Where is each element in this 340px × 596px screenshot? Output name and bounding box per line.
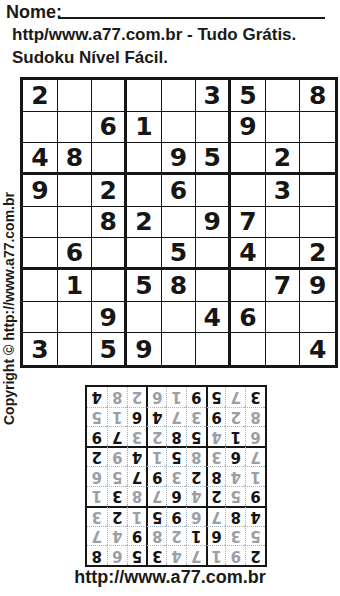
solution-cell: 8	[225, 506, 245, 526]
solution-cell: 1	[166, 387, 186, 407]
puzzle-cell-given: 4	[23, 143, 58, 175]
puzzle-cell-given: 9	[196, 207, 231, 239]
puzzle-cell-given: 9	[92, 302, 127, 334]
puzzle-cell-empty[interactable]	[127, 80, 162, 112]
puzzle-cell-given: 6	[231, 302, 266, 334]
puzzle-cell-empty[interactable]	[127, 302, 162, 334]
solution-cell: 5	[206, 387, 226, 407]
puzzle-cell-empty[interactable]	[58, 207, 93, 239]
name-write-in-line	[58, 0, 325, 19]
solution-cell: 8	[107, 387, 127, 407]
solution-cell: 4	[186, 486, 206, 506]
solution-cell: 4	[127, 446, 147, 466]
solution-cell: 8	[166, 426, 186, 446]
puzzle-cell-given: 2	[92, 175, 127, 207]
solution-cell: 7	[166, 407, 186, 427]
puzzle-cell-given: 3	[196, 80, 231, 112]
solution-cell: 7	[127, 466, 147, 486]
puzzle-cell-empty[interactable]	[231, 270, 266, 302]
solution-cell: 6	[225, 446, 245, 466]
solution-cell: 6	[87, 466, 107, 486]
solution-cell: 5	[127, 545, 147, 565]
solution-cell: 6	[127, 407, 147, 427]
puzzle-cell-given: 9	[127, 333, 162, 365]
solution-cell: 5	[146, 506, 166, 526]
puzzle-cell-empty[interactable]	[162, 112, 197, 144]
solution-cell: 2	[245, 545, 265, 565]
puzzle-cell-given: 2	[23, 80, 58, 112]
puzzle-cell-given: 8	[162, 270, 197, 302]
puzzle-cell-empty[interactable]	[23, 302, 58, 334]
puzzle-cell-given: 8	[92, 207, 127, 239]
puzzle-cell-empty[interactable]	[231, 333, 266, 365]
puzzle-cell-empty[interactable]	[58, 175, 93, 207]
puzzle-cell-empty[interactable]	[266, 80, 301, 112]
solution-cell: 9	[186, 387, 206, 407]
puzzle-cell-empty[interactable]	[92, 270, 127, 302]
puzzle-cell-given: 4	[300, 333, 335, 365]
solution-cell: 9	[245, 486, 265, 506]
solution-cell: 8	[245, 407, 265, 427]
solution-cell: 3	[107, 486, 127, 506]
puzzle-cell-empty[interactable]	[300, 302, 335, 334]
solution-cell: 1	[206, 545, 226, 565]
solution-cell: 4	[225, 466, 245, 486]
solution-cell: 1	[225, 426, 245, 446]
solution-cell: 2	[206, 486, 226, 506]
solution-cell: 6	[245, 426, 265, 446]
puzzle-cell-given: 1	[127, 112, 162, 144]
solution-cell: 7	[225, 387, 245, 407]
puzzle-cell-empty[interactable]	[23, 238, 58, 270]
solution-cell: 8	[127, 486, 147, 506]
solution-cell: 7	[206, 506, 226, 526]
solution-cell: 9	[127, 526, 147, 546]
solution-cell: 6	[146, 387, 166, 407]
solution-cell: 3	[245, 387, 265, 407]
solution-cell: 9	[225, 545, 245, 565]
solution-cell: 6	[166, 486, 186, 506]
puzzle-cell-empty[interactable]	[127, 175, 162, 207]
puzzle-cell-given: 6	[92, 112, 127, 144]
solution-cell: 3	[166, 466, 186, 486]
puzzle-cell-empty[interactable]	[23, 270, 58, 302]
solution-cell: 9	[146, 466, 166, 486]
solution-cell: 3	[146, 545, 166, 565]
solution-cell: 5	[107, 466, 127, 486]
puzzle-cell-given: 5	[231, 80, 266, 112]
solution-cell: 9	[107, 446, 127, 466]
solution-cell: 8	[146, 526, 166, 546]
puzzle-cell-given: 4	[231, 238, 266, 270]
puzzle-cell-empty[interactable]	[196, 112, 231, 144]
solution-cell: 7	[245, 446, 265, 466]
solution-cell: 2	[166, 526, 186, 546]
puzzle-cell-empty[interactable]	[58, 302, 93, 334]
solution-cell: 1	[107, 407, 127, 427]
solution-cell: 7	[87, 526, 107, 546]
solution-cell: 4	[245, 506, 265, 526]
puzzle-grid: 235861948952926382976542158799463594	[20, 77, 338, 368]
solution-cell: 9	[206, 407, 226, 427]
puzzle-cell-empty[interactable]	[162, 80, 197, 112]
puzzle-level-title: Sudoku Nível Fácil.	[12, 48, 168, 68]
puzzle-cell-given: 3	[266, 175, 301, 207]
puzzle-cell-empty[interactable]	[231, 143, 266, 175]
site-header: http/www.a77.com.br - Tudo Grátis.	[12, 25, 296, 45]
name-label: Nome:	[6, 2, 62, 23]
solution-cell: 6	[107, 545, 127, 565]
puzzle-cell-given: 9	[231, 112, 266, 144]
puzzle-cell-empty[interactable]	[127, 238, 162, 270]
solution-cell: 4	[87, 387, 107, 407]
solution-cell: 1	[186, 526, 206, 546]
puzzle-cell-empty[interactable]	[162, 333, 197, 365]
solution-cell: 1	[127, 506, 147, 526]
solution-cell: 5	[225, 486, 245, 506]
solution-cell: 6	[206, 526, 226, 546]
puzzle-cell-empty[interactable]	[23, 207, 58, 239]
solution-cell: 5	[166, 446, 186, 466]
puzzle-cell-empty[interactable]	[300, 143, 335, 175]
puzzle-cell-empty[interactable]	[58, 333, 93, 365]
solution-cell: 1	[245, 466, 265, 486]
solution-cell: 1	[146, 446, 166, 466]
puzzle-cell-given: 1	[58, 270, 93, 302]
solution-cell: 2	[186, 466, 206, 486]
puzzle-cell-empty[interactable]	[196, 270, 231, 302]
puzzle-cell-empty[interactable]	[162, 207, 197, 239]
puzzle-cell-given: 3	[23, 333, 58, 365]
solution-cell: 7	[107, 426, 127, 446]
solution-cell: 3	[87, 506, 107, 526]
copyright-vertical-text: Copyright © http://www.a77.com.br	[1, 164, 18, 454]
puzzle-cell-given: 6	[58, 238, 93, 270]
puzzle-cell-empty[interactable]	[23, 112, 58, 144]
puzzle-cell-given: 9	[162, 143, 197, 175]
puzzle-cell-given: 7	[266, 270, 301, 302]
puzzle-cell-given: 6	[162, 175, 197, 207]
puzzle-cell-given: 7	[231, 207, 266, 239]
solution-cell: 3	[225, 526, 245, 546]
solution-cell: 6	[186, 506, 206, 526]
puzzle-cell-empty[interactable]	[58, 112, 93, 144]
solution-cell: 3	[186, 407, 206, 427]
puzzle-cell-empty[interactable]	[196, 333, 231, 365]
puzzle-cell-empty[interactable]	[266, 207, 301, 239]
solution-cell: 3	[206, 446, 226, 466]
solution-cell: 2	[225, 407, 245, 427]
puzzle-cell-given: 2	[300, 238, 335, 270]
puzzle-cell-given: 5	[127, 270, 162, 302]
puzzle-cell-given: 5	[92, 333, 127, 365]
puzzle-cell-given: 5	[162, 238, 197, 270]
puzzle-cell-given: 5	[196, 143, 231, 175]
puzzle-cell-given: 2	[266, 143, 301, 175]
puzzle-cell-empty[interactable]	[92, 143, 127, 175]
solution-cell: 8	[186, 446, 206, 466]
solution-cell: 1	[87, 486, 107, 506]
solution-cell: 4	[107, 526, 127, 546]
puzzle-cell-empty[interactable]	[92, 80, 127, 112]
puzzle-cell-empty[interactable]	[92, 238, 127, 270]
solution-cell: 5	[87, 407, 107, 427]
puzzle-cell-given: 2	[127, 207, 162, 239]
puzzle-cell-empty[interactable]	[266, 112, 301, 144]
puzzle-cell-empty[interactable]	[300, 207, 335, 239]
footer-url: http://www.a77.com.br	[0, 567, 340, 588]
solution-grid: 2917435685361289474876951239524678311482…	[85, 385, 267, 567]
solution-cell: 2	[87, 446, 107, 466]
solution-cell: 2	[107, 506, 127, 526]
puzzle-cell-given: 8	[58, 143, 93, 175]
puzzle-cell-empty[interactable]	[231, 175, 266, 207]
puzzle-cell-given: 8	[300, 80, 335, 112]
puzzle-cell-empty[interactable]	[58, 80, 93, 112]
solution-cell: 7	[186, 545, 206, 565]
puzzle-cell-empty[interactable]	[300, 175, 335, 207]
puzzle-cell-empty[interactable]	[127, 143, 162, 175]
puzzle-cell-empty[interactable]	[196, 175, 231, 207]
puzzle-cell-given: 4	[196, 302, 231, 334]
solution-cell: 8	[87, 545, 107, 565]
sudoku-print-page: Nome: http/www.a77.com.br - Tudo Grátis.…	[0, 0, 340, 596]
solution-cell: 9	[166, 506, 186, 526]
solution-cell: 2	[146, 426, 166, 446]
puzzle-cell-empty[interactable]	[266, 302, 301, 334]
puzzle-cell-empty[interactable]	[300, 112, 335, 144]
solution-cell: 5	[186, 426, 206, 446]
puzzle-cell-empty[interactable]	[266, 333, 301, 365]
solution-cell: 3	[127, 426, 147, 446]
puzzle-cell-empty[interactable]	[162, 302, 197, 334]
solution-cell: 4	[206, 426, 226, 446]
solution-cell: 2	[127, 387, 147, 407]
solution-cell: 4	[166, 545, 186, 565]
solution-cell: 4	[146, 407, 166, 427]
solution-cell: 8	[206, 466, 226, 486]
solution-cell: 9	[87, 426, 107, 446]
puzzle-cell-given: 9	[300, 270, 335, 302]
solution-cell: 5	[245, 526, 265, 546]
puzzle-cell-empty[interactable]	[266, 238, 301, 270]
puzzle-cell-empty[interactable]	[196, 238, 231, 270]
solution-cell: 7	[146, 486, 166, 506]
puzzle-cell-given: 9	[23, 175, 58, 207]
